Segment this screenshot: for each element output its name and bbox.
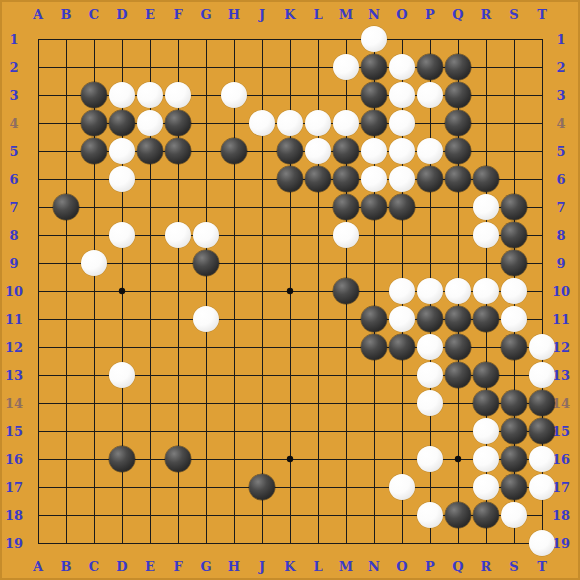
stone-white-O4[interactable] (389, 110, 415, 136)
stone-black-S14[interactable] (501, 390, 527, 416)
col-label-top-C: C (89, 7, 99, 22)
stone-black-O7[interactable] (389, 194, 415, 220)
row-label-left-11: 11 (5, 312, 23, 327)
stone-black-O12[interactable] (389, 334, 415, 360)
col-label-bottom-P: P (425, 559, 435, 574)
stone-white-T16[interactable] (529, 446, 555, 472)
stone-black-D4[interactable] (109, 110, 135, 136)
stone-black-N7[interactable] (361, 194, 387, 220)
col-label-bottom-E: E (145, 559, 155, 574)
stone-white-S18[interactable] (501, 502, 527, 528)
row-label-left-8: 8 (9, 228, 18, 243)
stone-white-N1[interactable] (361, 26, 387, 52)
stone-white-K4[interactable] (277, 110, 303, 136)
row-label-left-9: 9 (9, 256, 18, 271)
stone-black-C3[interactable] (81, 82, 107, 108)
stone-black-R6[interactable] (473, 166, 499, 192)
stone-white-J4[interactable] (249, 110, 275, 136)
stone-white-O6[interactable] (389, 166, 415, 192)
stone-white-D13[interactable] (109, 362, 135, 388)
col-label-top-O: O (396, 7, 407, 22)
stone-black-F4[interactable] (165, 110, 191, 136)
stone-black-S8[interactable] (501, 222, 527, 248)
stone-black-M6[interactable] (333, 166, 359, 192)
stone-black-M7[interactable] (333, 194, 359, 220)
stone-white-N6[interactable] (361, 166, 387, 192)
row-label-right-4: 4 (556, 116, 565, 131)
stone-white-S10[interactable] (501, 278, 527, 304)
stone-black-Q2[interactable] (445, 54, 471, 80)
stone-black-M10[interactable] (333, 278, 359, 304)
col-label-top-J: J (259, 7, 265, 22)
stone-white-L4[interactable] (305, 110, 331, 136)
stone-white-N5[interactable] (361, 138, 387, 164)
stone-white-Q10[interactable] (445, 278, 471, 304)
row-label-left-6: 6 (9, 172, 18, 187)
col-label-top-P: P (425, 7, 435, 22)
stone-black-R11[interactable] (473, 306, 499, 332)
stone-black-N3[interactable] (361, 82, 387, 108)
stone-black-R18[interactable] (473, 502, 499, 528)
stone-white-T12[interactable] (529, 334, 555, 360)
row-label-right-7: 7 (556, 200, 565, 215)
col-label-top-G: G (200, 7, 211, 22)
stone-black-Q6[interactable] (445, 166, 471, 192)
stone-white-F3[interactable] (165, 82, 191, 108)
row-label-left-1: 1 (9, 32, 18, 47)
stone-white-T17[interactable] (529, 474, 555, 500)
stone-white-O11[interactable] (389, 306, 415, 332)
stone-white-P16[interactable] (417, 446, 443, 472)
row-label-right-18: 18 (552, 508, 570, 523)
stone-white-R7[interactable] (473, 194, 499, 220)
col-label-top-F: F (173, 7, 182, 22)
stone-black-P6[interactable] (417, 166, 443, 192)
stone-black-C4[interactable] (81, 110, 107, 136)
row-label-left-14: 14 (5, 396, 23, 411)
col-label-top-Q: Q (452, 7, 463, 22)
row-label-right-10: 10 (552, 284, 570, 299)
go-board: AA11BB22CC33DD44EE55FF66GG77HH88JJ99KK10… (0, 0, 580, 580)
stone-black-Q11[interactable] (445, 306, 471, 332)
stone-black-G9[interactable] (193, 250, 219, 276)
col-label-bottom-N: N (368, 559, 380, 574)
star-point-K10 (287, 288, 293, 294)
stone-black-N2[interactable] (361, 54, 387, 80)
stone-black-C5[interactable] (81, 138, 107, 164)
stone-white-O17[interactable] (389, 474, 415, 500)
col-label-top-B: B (61, 7, 72, 22)
col-label-top-K: K (284, 7, 295, 22)
stone-white-S11[interactable] (501, 306, 527, 332)
row-label-right-5: 5 (556, 144, 565, 159)
stone-black-S16[interactable] (501, 446, 527, 472)
stone-white-O2[interactable] (389, 54, 415, 80)
stone-black-K6[interactable] (277, 166, 303, 192)
stone-black-S7[interactable] (501, 194, 527, 220)
col-label-top-D: D (116, 7, 127, 22)
star-point-K16 (287, 456, 293, 462)
row-label-right-3: 3 (556, 88, 565, 103)
stone-black-J17[interactable] (249, 474, 275, 500)
stone-black-S17[interactable] (501, 474, 527, 500)
stone-white-M4[interactable] (333, 110, 359, 136)
stone-white-F8[interactable] (165, 222, 191, 248)
row-label-right-1: 1 (556, 32, 565, 47)
stone-white-G11[interactable] (193, 306, 219, 332)
stone-black-N12[interactable] (361, 334, 387, 360)
col-label-top-E: E (145, 7, 155, 22)
stone-white-T19[interactable] (529, 530, 555, 556)
stone-white-O5[interactable] (389, 138, 415, 164)
stone-white-E4[interactable] (137, 110, 163, 136)
stone-black-N4[interactable] (361, 110, 387, 136)
row-label-left-2: 2 (9, 60, 18, 75)
stone-white-O10[interactable] (389, 278, 415, 304)
stone-white-O3[interactable] (389, 82, 415, 108)
row-label-left-10: 10 (5, 284, 23, 299)
stone-black-Q4[interactable] (445, 110, 471, 136)
stone-white-H3[interactable] (221, 82, 247, 108)
col-label-bottom-C: C (89, 559, 99, 574)
stone-black-T15[interactable] (529, 418, 555, 444)
stone-white-P13[interactable] (417, 362, 443, 388)
stone-white-E3[interactable] (137, 82, 163, 108)
stone-white-R15[interactable] (473, 418, 499, 444)
col-label-bottom-Q: Q (452, 559, 463, 574)
star-point-Q16 (455, 456, 461, 462)
stone-white-M2[interactable] (333, 54, 359, 80)
star-point-D10 (119, 288, 125, 294)
row-label-right-8: 8 (556, 228, 565, 243)
stone-white-G8[interactable] (193, 222, 219, 248)
col-label-top-T: T (537, 7, 547, 22)
col-label-bottom-L: L (313, 559, 322, 574)
stone-black-Q18[interactable] (445, 502, 471, 528)
stone-white-R8[interactable] (473, 222, 499, 248)
row-label-right-9: 9 (556, 256, 565, 271)
stone-black-Q12[interactable] (445, 334, 471, 360)
col-label-bottom-A: A (33, 559, 43, 574)
col-label-bottom-B: B (61, 559, 72, 574)
stone-black-S9[interactable] (501, 250, 527, 276)
col-label-bottom-O: O (396, 559, 407, 574)
col-label-bottom-M: M (339, 559, 353, 574)
stone-black-B7[interactable] (53, 194, 79, 220)
row-label-left-3: 3 (9, 88, 18, 103)
stone-white-T13[interactable] (529, 362, 555, 388)
row-label-left-5: 5 (9, 144, 18, 159)
col-label-bottom-K: K (284, 559, 295, 574)
stone-black-R13[interactable] (473, 362, 499, 388)
stone-white-M8[interactable] (333, 222, 359, 248)
stone-white-R10[interactable] (473, 278, 499, 304)
row-label-left-18: 18 (5, 508, 23, 523)
stone-black-Q13[interactable] (445, 362, 471, 388)
col-label-top-M: M (339, 7, 353, 22)
col-label-top-N: N (368, 7, 380, 22)
stone-white-D3[interactable] (109, 82, 135, 108)
stone-black-F5[interactable] (165, 138, 191, 164)
stone-white-D8[interactable] (109, 222, 135, 248)
row-label-left-15: 15 (5, 424, 23, 439)
stone-black-H5[interactable] (221, 138, 247, 164)
row-label-left-17: 17 (5, 480, 23, 495)
row-label-right-2: 2 (556, 60, 565, 75)
stone-white-P12[interactable] (417, 334, 443, 360)
stone-white-P18[interactable] (417, 502, 443, 528)
stone-white-D6[interactable] (109, 166, 135, 192)
col-label-bottom-D: D (116, 559, 127, 574)
row-label-left-12: 12 (5, 340, 23, 355)
stone-black-D16[interactable] (109, 446, 135, 472)
col-label-top-R: R (481, 7, 492, 22)
stone-black-M5[interactable] (333, 138, 359, 164)
stone-white-P14[interactable] (417, 390, 443, 416)
col-label-bottom-G: G (200, 559, 211, 574)
stone-black-L6[interactable] (305, 166, 331, 192)
col-label-bottom-T: T (537, 559, 547, 574)
stone-white-L5[interactable] (305, 138, 331, 164)
col-label-bottom-F: F (173, 559, 182, 574)
row-label-left-4: 4 (9, 116, 18, 131)
col-label-bottom-J: J (259, 559, 265, 574)
row-label-right-11: 11 (552, 312, 570, 327)
stone-black-P11[interactable] (417, 306, 443, 332)
row-label-right-6: 6 (556, 172, 565, 187)
stone-white-P3[interactable] (417, 82, 443, 108)
col-label-top-A: A (33, 7, 43, 22)
stone-black-P2[interactable] (417, 54, 443, 80)
stone-white-D5[interactable] (109, 138, 135, 164)
stone-white-C9[interactable] (81, 250, 107, 276)
stone-black-S12[interactable] (501, 334, 527, 360)
col-label-top-H: H (228, 7, 240, 22)
col-label-top-L: L (313, 7, 322, 22)
stone-black-R14[interactable] (473, 390, 499, 416)
row-label-left-19: 19 (5, 536, 23, 551)
col-label-bottom-S: S (509, 559, 518, 574)
stone-black-E5[interactable] (137, 138, 163, 164)
row-label-left-13: 13 (5, 368, 23, 383)
row-label-left-7: 7 (9, 200, 18, 215)
col-label-bottom-R: R (481, 559, 492, 574)
stone-black-Q3[interactable] (445, 82, 471, 108)
stone-black-Q5[interactable] (445, 138, 471, 164)
stone-white-R17[interactable] (473, 474, 499, 500)
stone-black-S15[interactable] (501, 418, 527, 444)
stone-white-P10[interactable] (417, 278, 443, 304)
stone-black-N11[interactable] (361, 306, 387, 332)
stone-black-T14[interactable] (529, 390, 555, 416)
col-label-bottom-H: H (228, 559, 240, 574)
row-label-left-16: 16 (5, 452, 23, 467)
stone-black-K5[interactable] (277, 138, 303, 164)
stone-black-F16[interactable] (165, 446, 191, 472)
stone-white-P5[interactable] (417, 138, 443, 164)
col-label-top-S: S (509, 7, 518, 22)
stone-white-R16[interactable] (473, 446, 499, 472)
